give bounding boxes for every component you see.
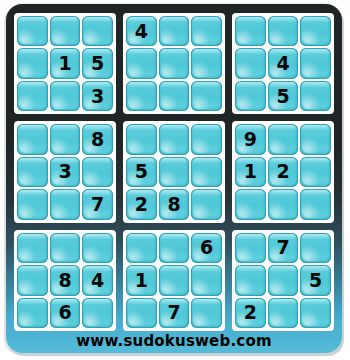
given-digit: 5 [135,162,148,181]
cell-r2c9[interactable] [300,48,331,78]
cell-r3c4[interactable] [126,81,157,111]
given-digit: 5 [276,87,289,106]
given-digit: 5 [91,54,104,73]
cell-r3c1[interactable] [17,81,48,111]
cell-r1c7[interactable] [235,16,266,46]
cell-r4c9[interactable] [300,124,331,154]
cell-r9c9[interactable] [300,298,331,328]
given-digit: 8 [91,130,104,149]
cell-r5c2[interactable]: 3 [50,157,81,187]
cell-r2c1[interactable] [17,48,48,78]
box-5: 528 [123,121,225,222]
cell-r7c7[interactable] [235,233,266,263]
cell-r1c8[interactable] [268,16,299,46]
cell-r3c6[interactable] [191,81,222,111]
cell-r7c4[interactable] [126,233,157,263]
cell-r6c6[interactable] [191,189,222,219]
cell-r7c9[interactable] [300,233,331,263]
given-digit: 4 [135,22,148,41]
cell-r8c9[interactable]: 5 [300,265,331,295]
cell-r6c4[interactable]: 2 [126,189,157,219]
cell-r4c1[interactable] [17,124,48,154]
cell-r1c6[interactable] [191,16,222,46]
given-digit: 2 [276,162,289,181]
given-digit: 7 [276,238,289,257]
given-digit: 4 [91,271,104,290]
cell-r8c4[interactable]: 1 [126,265,157,295]
cell-r1c9[interactable] [300,16,331,46]
cell-r9c4[interactable] [126,298,157,328]
cell-r9c2[interactable]: 6 [50,298,81,328]
cell-r5c7[interactable]: 1 [235,157,266,187]
cell-r7c6[interactable]: 6 [191,233,222,263]
cell-r7c3[interactable] [82,233,113,263]
cell-r9c6[interactable] [191,298,222,328]
cell-r1c3[interactable] [82,16,113,46]
board-frame: 153445837528912846617752 www.sudokusweb.… [6,4,342,353]
cell-r6c7[interactable] [235,189,266,219]
cell-r5c4[interactable]: 5 [126,157,157,187]
cell-r4c6[interactable] [191,124,222,154]
cell-r8c2[interactable]: 8 [50,265,81,295]
cell-r3c8[interactable]: 5 [268,81,299,111]
cell-r8c5[interactable] [159,265,190,295]
given-digit: 7 [167,303,180,322]
box-1: 153 [14,13,116,114]
cell-r3c7[interactable] [235,81,266,111]
cell-r4c3[interactable]: 8 [82,124,113,154]
given-digit: 9 [244,130,257,149]
given-digit: 6 [58,303,71,322]
cell-r3c5[interactable] [159,81,190,111]
cell-r4c4[interactable] [126,124,157,154]
cell-r6c5[interactable]: 8 [159,189,190,219]
cell-r2c4[interactable] [126,48,157,78]
cell-r6c8[interactable] [268,189,299,219]
cell-r6c1[interactable] [17,189,48,219]
box-9: 752 [232,230,334,331]
cell-r1c2[interactable] [50,16,81,46]
cell-r4c5[interactable] [159,124,190,154]
cell-r2c5[interactable] [159,48,190,78]
cell-r9c7[interactable]: 2 [235,298,266,328]
cell-r8c1[interactable] [17,265,48,295]
sudoku-grid: 153445837528912846617752 [14,13,334,331]
cell-r5c9[interactable] [300,157,331,187]
cell-r6c3[interactable]: 7 [82,189,113,219]
cell-r5c5[interactable] [159,157,190,187]
cell-r9c3[interactable] [82,298,113,328]
cell-r7c2[interactable] [50,233,81,263]
cell-r5c6[interactable] [191,157,222,187]
box-4: 837 [14,121,116,222]
cell-r4c8[interactable] [268,124,299,154]
cell-r1c4[interactable]: 4 [126,16,157,46]
site-url[interactable]: www.sudokusweb.com [76,332,271,350]
cell-r7c5[interactable] [159,233,190,263]
cell-r4c7[interactable]: 9 [235,124,266,154]
cell-r9c5[interactable]: 7 [159,298,190,328]
given-digit: 6 [200,238,213,257]
given-digit: 8 [167,195,180,214]
cell-r1c1[interactable] [17,16,48,46]
box-2: 4 [123,13,225,114]
cell-r7c1[interactable] [17,233,48,263]
cell-r9c8[interactable] [268,298,299,328]
box-6: 912 [232,121,334,222]
given-digit: 7 [91,195,104,214]
cell-r9c1[interactable] [17,298,48,328]
cell-r8c3[interactable]: 4 [82,265,113,295]
sudoku-board-image: 153445837528912846617752 www.sudokusweb.… [0,0,350,360]
footer-bar: www.sudokusweb.com [6,331,342,350]
given-digit: 8 [58,271,71,290]
cell-r6c9[interactable] [300,189,331,219]
cell-r2c2[interactable]: 1 [50,48,81,78]
box-8: 617 [123,230,225,331]
cell-r3c9[interactable] [300,81,331,111]
cell-r5c8[interactable]: 2 [268,157,299,187]
box-3: 45 [232,13,334,114]
given-digit: 2 [244,303,257,322]
cell-r7c8[interactable]: 7 [268,233,299,263]
cell-r2c3[interactable]: 5 [82,48,113,78]
given-digit: 3 [91,87,104,106]
cell-r2c8[interactable]: 4 [268,48,299,78]
cell-r8c6[interactable] [191,265,222,295]
given-digit: 1 [135,271,148,290]
given-digit: 2 [135,195,148,214]
cell-r1c5[interactable] [159,16,190,46]
given-digit: 4 [276,54,289,73]
cell-r8c7[interactable] [235,265,266,295]
cell-r8c8[interactable] [268,265,299,295]
given-digit: 1 [244,162,257,181]
cell-r5c3[interactable] [82,157,113,187]
given-digit: 5 [309,271,322,290]
cell-r2c7[interactable] [235,48,266,78]
given-digit: 3 [58,162,71,181]
cell-r4c2[interactable] [50,124,81,154]
cell-r3c2[interactable] [50,81,81,111]
cell-r3c3[interactable]: 3 [82,81,113,111]
cell-r2c6[interactable] [191,48,222,78]
box-7: 846 [14,230,116,331]
given-digit: 1 [58,54,71,73]
cell-r6c2[interactable] [50,189,81,219]
cell-r5c1[interactable] [17,157,48,187]
